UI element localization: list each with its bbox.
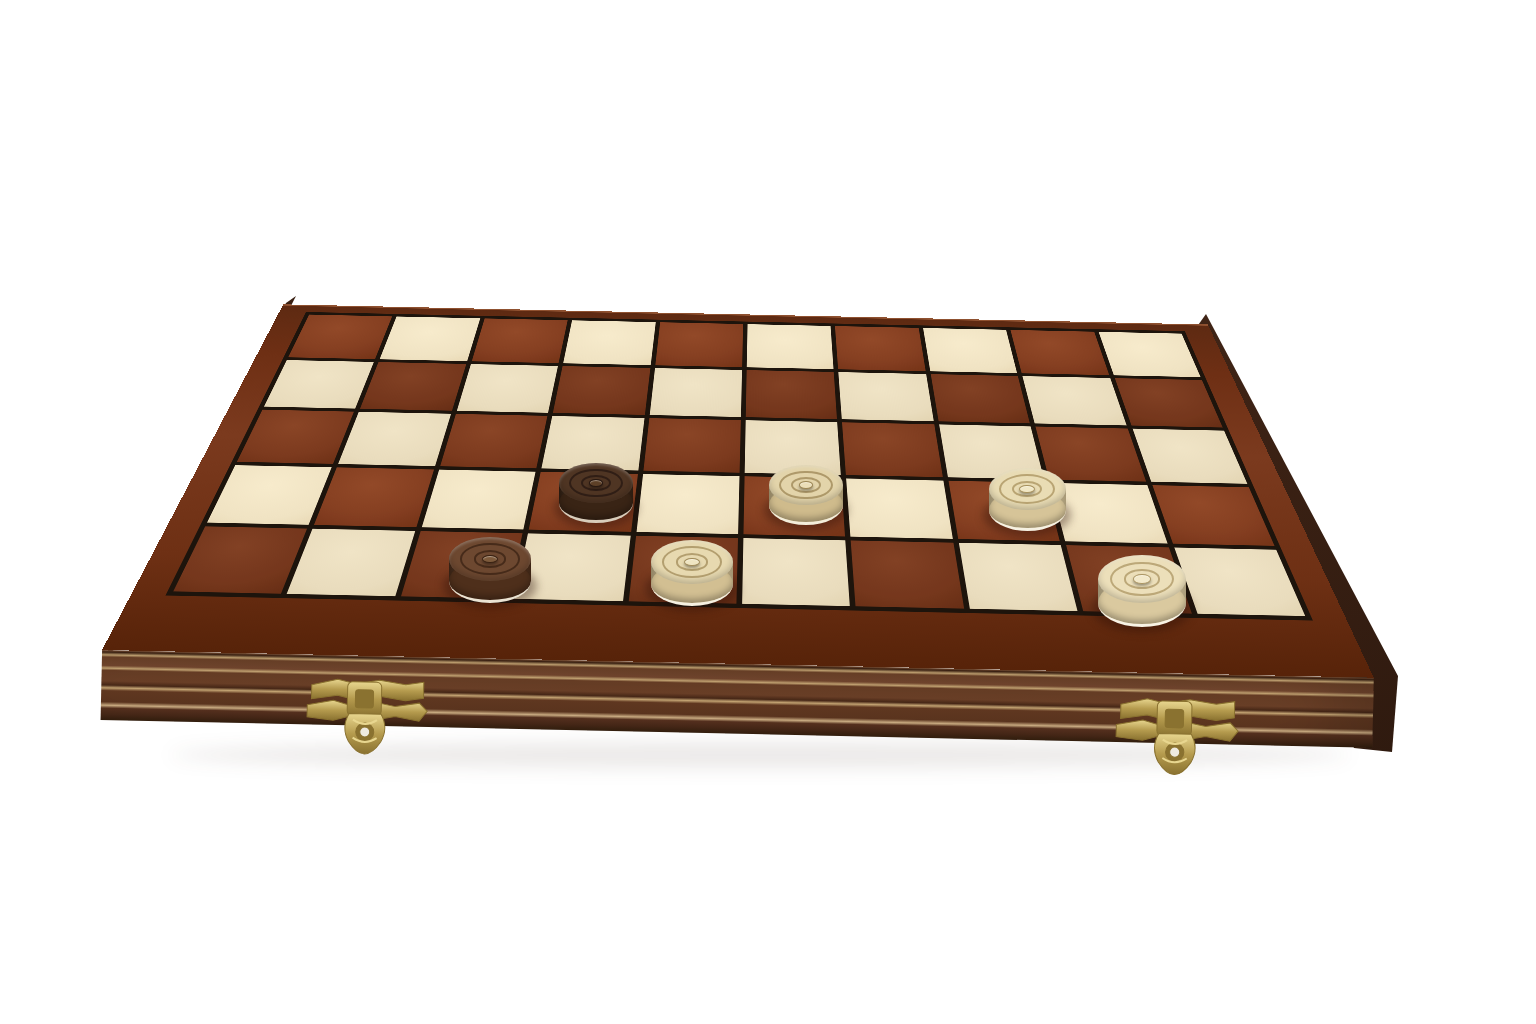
piece-top — [769, 465, 843, 505]
piece-top — [651, 540, 733, 584]
right-latch-brass-clasp — [1111, 693, 1243, 788]
piece-center-nub — [1019, 485, 1034, 493]
piece-top — [559, 463, 633, 503]
checker-piece-light-r4c8[interactable] — [989, 468, 1066, 531]
checker-piece-light-r5c5[interactable] — [651, 540, 733, 606]
checker-piece-light-r5c9[interactable] — [1098, 555, 1186, 627]
piece-top — [989, 468, 1066, 510]
checker-piece-dark-r4c4[interactable] — [559, 463, 633, 523]
checker-piece-light-r4c6[interactable] — [769, 465, 843, 525]
piece-center-nub — [1133, 574, 1151, 584]
product-photo-scene — [0, 0, 1536, 1024]
piece-top — [449, 537, 531, 581]
left-latch-brass-clasp — [302, 675, 432, 766]
piece-top — [1098, 555, 1186, 603]
checker-piece-dark-r5c3[interactable] — [449, 537, 531, 603]
pieces-layer — [0, 0, 1536, 1024]
